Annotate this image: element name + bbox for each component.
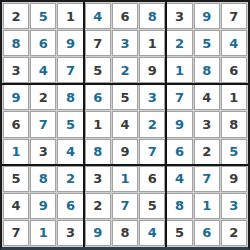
sudoku-cell-r1c9[interactable]: 7 bbox=[221, 3, 247, 29]
sudoku-cell-r2c4[interactable]: 7 bbox=[85, 30, 111, 56]
sudoku-cell-r4c3[interactable]: 8 bbox=[57, 84, 83, 110]
sudoku-cell-r3c8[interactable]: 8 bbox=[194, 57, 220, 83]
sudoku-cell-r8c8[interactable]: 1 bbox=[194, 193, 220, 219]
sudoku-cell-r8c9[interactable]: 3 bbox=[221, 193, 247, 219]
sudoku-cell-r3c7[interactable]: 1 bbox=[166, 57, 192, 83]
sudoku-cell-r3c6[interactable]: 9 bbox=[139, 57, 165, 83]
sudoku-cell-r1c3[interactable]: 1 bbox=[57, 3, 83, 29]
sudoku-cell-r4c6[interactable]: 3 bbox=[139, 84, 165, 110]
sudoku-cell-r8c2[interactable]: 9 bbox=[30, 193, 56, 219]
sudoku-cell-r2c9[interactable]: 4 bbox=[221, 30, 247, 56]
sudoku-cell-r4c8[interactable]: 4 bbox=[194, 84, 220, 110]
sudoku-cell-r9c4[interactable]: 9 bbox=[85, 220, 111, 246]
sudoku-cell-r9c8[interactable]: 6 bbox=[194, 220, 220, 246]
sudoku-grid: 2514683978697312543475291869286537416751… bbox=[2, 2, 248, 247]
sudoku-cell-r3c4[interactable]: 5 bbox=[85, 57, 111, 83]
sudoku-cell-r1c1[interactable]: 2 bbox=[3, 3, 29, 29]
sudoku-cell-r3c2[interactable]: 4 bbox=[30, 57, 56, 83]
sudoku-cell-r5c7[interactable]: 9 bbox=[166, 111, 192, 137]
sudoku-cell-r4c1[interactable]: 9 bbox=[3, 84, 29, 110]
sudoku-cell-r6c2[interactable]: 3 bbox=[30, 139, 56, 165]
sudoku-cell-r6c8[interactable]: 2 bbox=[194, 139, 220, 165]
sudoku-cell-r9c5[interactable]: 8 bbox=[112, 220, 138, 246]
sudoku-cell-r9c6[interactable]: 4 bbox=[139, 220, 165, 246]
sudoku-cell-r2c3[interactable]: 9 bbox=[57, 30, 83, 56]
sudoku-cell-r7c9[interactable]: 9 bbox=[221, 166, 247, 192]
sudoku-cell-r9c9[interactable]: 2 bbox=[221, 220, 247, 246]
sudoku-cell-r2c1[interactable]: 8 bbox=[3, 30, 29, 56]
sudoku-cell-r5c9[interactable]: 8 bbox=[221, 111, 247, 137]
sudoku-cell-r1c5[interactable]: 6 bbox=[112, 3, 138, 29]
sudoku-cell-r9c3[interactable]: 3 bbox=[57, 220, 83, 246]
sudoku-cell-r9c2[interactable]: 1 bbox=[30, 220, 56, 246]
sudoku-cell-r8c5[interactable]: 7 bbox=[112, 193, 138, 219]
sudoku-cell-r8c6[interactable]: 5 bbox=[139, 193, 165, 219]
sudoku-cell-r3c9[interactable]: 6 bbox=[221, 57, 247, 83]
sudoku-cell-r5c5[interactable]: 4 bbox=[112, 111, 138, 137]
sudoku-cell-r1c6[interactable]: 8 bbox=[139, 3, 165, 29]
sudoku-cell-r9c7[interactable]: 5 bbox=[166, 220, 192, 246]
sudoku-cell-r7c6[interactable]: 6 bbox=[139, 166, 165, 192]
sudoku-cell-r3c5[interactable]: 2 bbox=[112, 57, 138, 83]
sudoku-cell-r7c1[interactable]: 5 bbox=[3, 166, 29, 192]
sudoku-cell-r1c4[interactable]: 4 bbox=[85, 3, 111, 29]
sudoku-cell-r4c5[interactable]: 5 bbox=[112, 84, 138, 110]
sudoku-cell-r7c8[interactable]: 7 bbox=[194, 166, 220, 192]
sudoku-cell-r7c3[interactable]: 2 bbox=[57, 166, 83, 192]
sudoku-cell-r5c2[interactable]: 7 bbox=[30, 111, 56, 137]
sudoku-cell-r9c1[interactable]: 7 bbox=[3, 220, 29, 246]
sudoku-cell-r4c4[interactable]: 6 bbox=[85, 84, 111, 110]
sudoku-cell-r6c6[interactable]: 7 bbox=[139, 139, 165, 165]
sudoku-cell-r4c7[interactable]: 7 bbox=[166, 84, 192, 110]
sudoku-cell-r7c5[interactable]: 1 bbox=[112, 166, 138, 192]
sudoku-cell-r2c7[interactable]: 2 bbox=[166, 30, 192, 56]
sudoku-cell-r3c1[interactable]: 3 bbox=[3, 57, 29, 83]
sudoku-cell-r5c1[interactable]: 6 bbox=[3, 111, 29, 137]
sudoku-cell-r7c4[interactable]: 3 bbox=[85, 166, 111, 192]
sudoku-cell-r8c3[interactable]: 6 bbox=[57, 193, 83, 219]
sudoku-cell-r8c7[interactable]: 8 bbox=[166, 193, 192, 219]
sudoku-cell-r6c5[interactable]: 9 bbox=[112, 139, 138, 165]
sudoku-cell-r2c2[interactable]: 6 bbox=[30, 30, 56, 56]
sudoku-cell-r1c7[interactable]: 3 bbox=[166, 3, 192, 29]
sudoku-cell-r5c3[interactable]: 5 bbox=[57, 111, 83, 137]
sudoku-cell-r2c8[interactable]: 5 bbox=[194, 30, 220, 56]
sudoku-cell-r5c6[interactable]: 2 bbox=[139, 111, 165, 137]
sudoku-cell-r1c8[interactable]: 9 bbox=[194, 3, 220, 29]
sudoku-cell-r8c1[interactable]: 4 bbox=[3, 193, 29, 219]
sudoku-cell-r6c1[interactable]: 1 bbox=[3, 139, 29, 165]
sudoku-cell-r2c6[interactable]: 1 bbox=[139, 30, 165, 56]
sudoku-board: 2514683978697312543475291869286537416751… bbox=[0, 0, 250, 250]
sudoku-cell-r3c3[interactable]: 7 bbox=[57, 57, 83, 83]
sudoku-cell-r5c4[interactable]: 1 bbox=[85, 111, 111, 137]
sudoku-cell-r6c3[interactable]: 4 bbox=[57, 139, 83, 165]
sudoku-cell-r2c5[interactable]: 3 bbox=[112, 30, 138, 56]
sudoku-cell-r8c4[interactable]: 2 bbox=[85, 193, 111, 219]
sudoku-cell-r4c2[interactable]: 2 bbox=[30, 84, 56, 110]
sudoku-cell-r7c2[interactable]: 8 bbox=[30, 166, 56, 192]
sudoku-cell-r1c2[interactable]: 5 bbox=[30, 3, 56, 29]
sudoku-cell-r6c7[interactable]: 6 bbox=[166, 139, 192, 165]
sudoku-cell-r4c9[interactable]: 1 bbox=[221, 84, 247, 110]
sudoku-cell-r7c7[interactable]: 4 bbox=[166, 166, 192, 192]
sudoku-cell-r5c8[interactable]: 3 bbox=[194, 111, 220, 137]
sudoku-cell-r6c9[interactable]: 5 bbox=[221, 139, 247, 165]
sudoku-cell-r6c4[interactable]: 8 bbox=[85, 139, 111, 165]
